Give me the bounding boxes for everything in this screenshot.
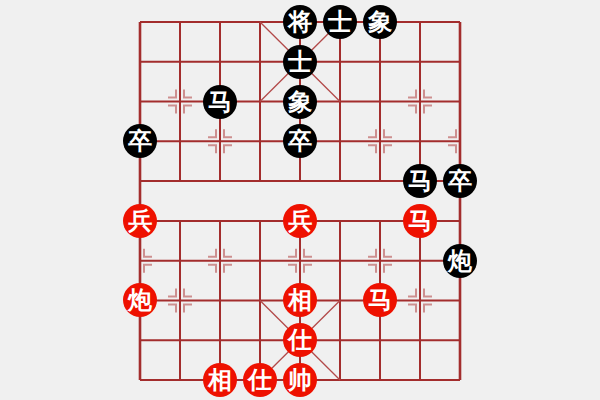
piece-red-horse[interactable]: 马 [403, 204, 437, 238]
piece-black-soldier[interactable]: 卒 [123, 124, 157, 158]
piece-black-soldier[interactable]: 卒 [443, 164, 477, 198]
piece-red-advisor[interactable]: 仕 [283, 323, 317, 357]
piece-red-cannon[interactable]: 炮 [123, 283, 157, 317]
piece-red-advisor[interactable]: 仕 [243, 363, 277, 397]
piece-black-horse[interactable]: 马 [403, 164, 437, 198]
piece-black-general[interactable]: 将 [283, 5, 317, 39]
piece-black-horse[interactable]: 马 [203, 85, 237, 119]
piece-black-advisor[interactable]: 士 [283, 45, 317, 79]
piece-red-soldier[interactable]: 兵 [283, 204, 317, 238]
piece-red-general[interactable]: 帅 [283, 363, 317, 397]
piece-black-advisor[interactable]: 士 [323, 5, 357, 39]
xiangqi-app: 将士象士马象卒卒马卒兵兵马炮炮相马仕相仕帅 [0, 0, 600, 400]
piece-black-cannon[interactable]: 炮 [443, 244, 477, 278]
piece-red-elephant[interactable]: 相 [203, 363, 237, 397]
board-grid[interactable]: 将士象士马象卒卒马卒兵兵马炮炮相马仕相仕帅 [120, 2, 480, 400]
piece-red-soldier[interactable]: 兵 [123, 204, 157, 238]
piece-black-elephant[interactable]: 象 [283, 85, 317, 119]
piece-black-elephant[interactable]: 象 [363, 5, 397, 39]
piece-black-soldier[interactable]: 卒 [283, 124, 317, 158]
piece-red-elephant[interactable]: 相 [283, 283, 317, 317]
piece-red-horse[interactable]: 马 [363, 283, 397, 317]
